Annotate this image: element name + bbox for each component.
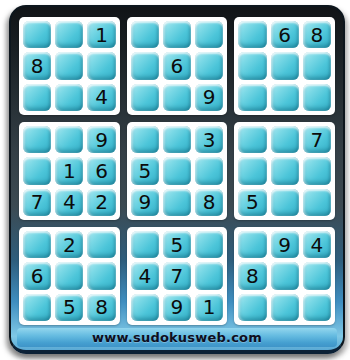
cell-r5c2[interactable]: 1 [55,157,83,184]
cell-r6c6[interactable]: 8 [195,189,223,216]
cell-r3c3[interactable]: 4 [87,84,115,111]
cell-r3c7[interactable] [238,84,266,111]
cell-r7c3[interactable] [87,231,115,258]
cell-r4c5[interactable] [163,126,191,153]
cell-r6c7[interactable]: 5 [238,189,266,216]
cell-r9c2[interactable]: 5 [55,294,83,321]
cell-r2c6[interactable] [195,52,223,79]
cell-r4c4[interactable] [131,126,159,153]
cell-r8c9[interactable] [303,262,331,289]
cell-r7c6[interactable] [195,231,223,258]
cell-r1c9[interactable]: 8 [303,21,331,48]
cell-r2c5[interactable]: 6 [163,52,191,79]
cell-r8c6[interactable] [195,262,223,289]
cell-r4c1[interactable] [23,126,51,153]
cell-r4c9[interactable]: 7 [303,126,331,153]
cell-r2c8[interactable] [271,52,299,79]
cell-r9c5[interactable]: 9 [163,294,191,321]
box-3-2: 54791 [127,227,228,325]
cell-r4c3[interactable]: 9 [87,126,115,153]
cell-r9c8[interactable] [271,294,299,321]
cell-r9c7[interactable] [238,294,266,321]
cell-r1c6[interactable] [195,21,223,48]
cell-r8c3[interactable] [87,262,115,289]
site-url: www.sudokusweb.com [92,330,262,345]
box-3-3: 948 [234,227,335,325]
page: 1846968916742359875265854791948 www.sudo… [0,0,350,360]
cell-r9c6[interactable]: 1 [195,294,223,321]
cell-r1c4[interactable] [131,21,159,48]
site-footer: www.sudokusweb.com [17,328,337,347]
box-1-2: 69 [127,17,228,115]
cell-r7c1[interactable] [23,231,51,258]
cell-r1c7[interactable] [238,21,266,48]
cell-r8c8[interactable] [271,262,299,289]
cell-r9c9[interactable] [303,294,331,321]
cell-r9c1[interactable] [23,294,51,321]
cell-r3c9[interactable] [303,84,331,111]
box-1-3: 68 [234,17,335,115]
cell-r4c6[interactable]: 3 [195,126,223,153]
cell-r6c3[interactable]: 2 [87,189,115,216]
cell-r5c5[interactable] [163,157,191,184]
cell-r7c4[interactable] [131,231,159,258]
cell-r7c5[interactable]: 5 [163,231,191,258]
cell-r1c3[interactable]: 1 [87,21,115,48]
cell-r2c4[interactable] [131,52,159,79]
cell-r4c2[interactable] [55,126,83,153]
cell-r9c4[interactable] [131,294,159,321]
cell-r6c9[interactable] [303,189,331,216]
box-3-1: 2658 [19,227,120,325]
cell-r5c6[interactable] [195,157,223,184]
cell-r3c2[interactable] [55,84,83,111]
cell-r5c4[interactable]: 5 [131,157,159,184]
cell-r3c1[interactable] [23,84,51,111]
cell-r6c2[interactable]: 4 [55,189,83,216]
cell-r2c9[interactable] [303,52,331,79]
box-2-3: 75 [234,122,335,220]
box-2-2: 3598 [127,122,228,220]
cell-r5c7[interactable] [238,157,266,184]
cell-r1c5[interactable] [163,21,191,48]
cell-r1c8[interactable]: 6 [271,21,299,48]
cell-r8c7[interactable]: 8 [238,262,266,289]
box-2-1: 916742 [19,122,120,220]
cell-r6c4[interactable]: 9 [131,189,159,216]
cell-r5c1[interactable] [23,157,51,184]
cell-r7c8[interactable]: 9 [271,231,299,258]
cell-r5c9[interactable] [303,157,331,184]
cell-r4c7[interactable] [238,126,266,153]
cell-r4c8[interactable] [271,126,299,153]
cell-r1c1[interactable] [23,21,51,48]
cell-r8c5[interactable]: 7 [163,262,191,289]
cell-r3c5[interactable] [163,84,191,111]
cell-r7c2[interactable]: 2 [55,231,83,258]
cell-r8c4[interactable]: 4 [131,262,159,289]
sudoku-grid: 1846968916742359875265854791948 [19,17,335,325]
cell-r1c2[interactable] [55,21,83,48]
cell-r3c8[interactable] [271,84,299,111]
cell-r9c3[interactable]: 8 [87,294,115,321]
cell-r6c8[interactable] [271,189,299,216]
cell-r3c4[interactable] [131,84,159,111]
cell-r5c3[interactable]: 6 [87,157,115,184]
cell-r6c5[interactable] [163,189,191,216]
cell-r2c1[interactable]: 8 [23,52,51,79]
cell-r8c1[interactable]: 6 [23,262,51,289]
cell-r2c2[interactable] [55,52,83,79]
cell-r2c7[interactable] [238,52,266,79]
cell-r7c9[interactable]: 4 [303,231,331,258]
cell-r2c3[interactable] [87,52,115,79]
cell-r3c6[interactable]: 9 [195,84,223,111]
cell-r5c8[interactable] [271,157,299,184]
cell-r7c7[interactable] [238,231,266,258]
box-1-1: 184 [19,17,120,115]
cell-r6c1[interactable]: 7 [23,189,51,216]
cell-r8c2[interactable] [55,262,83,289]
sudoku-board: 1846968916742359875265854791948 www.sudo… [9,5,345,354]
